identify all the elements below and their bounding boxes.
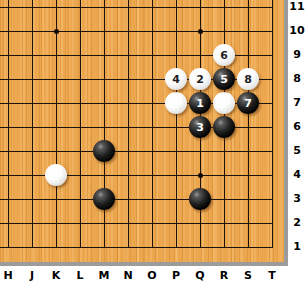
stone-white-r9[interactable]: 6 bbox=[213, 44, 235, 66]
grid-vline-J bbox=[32, 0, 33, 248]
stone-black-s7[interactable]: 7 bbox=[237, 92, 259, 114]
stone-black-q6[interactable]: 3 bbox=[189, 116, 211, 138]
grid-vline-P bbox=[176, 0, 177, 248]
star-point-K10 bbox=[54, 29, 59, 34]
stone-black-m3[interactable] bbox=[93, 188, 115, 210]
col-label-T: T bbox=[262, 268, 282, 284]
move-number: 6 bbox=[220, 50, 228, 61]
star-point-Q10 bbox=[198, 29, 203, 34]
move-number: 7 bbox=[244, 98, 252, 109]
row-label-8: 8 bbox=[287, 71, 307, 87]
grid-hline-1 bbox=[0, 247, 273, 248]
row-label-9: 9 bbox=[287, 47, 307, 63]
go-diagram: 12345678 1110987654321 HJKLMNOPQRST bbox=[0, 0, 308, 284]
grid-vline-M bbox=[104, 0, 105, 248]
col-label-M: M bbox=[94, 268, 114, 284]
move-number: 4 bbox=[172, 74, 180, 85]
star-point-Q4 bbox=[198, 173, 203, 178]
grid-hline-10 bbox=[0, 31, 273, 32]
row-label-2: 2 bbox=[287, 215, 307, 231]
move-number: 2 bbox=[196, 74, 204, 85]
grid-vline-K bbox=[56, 0, 57, 248]
grid-vline-N bbox=[128, 0, 129, 248]
col-label-P: P bbox=[166, 268, 186, 284]
col-label-R: R bbox=[214, 268, 234, 284]
col-label-J: J bbox=[22, 268, 42, 284]
row-label-6: 6 bbox=[287, 119, 307, 135]
grid-hline-3 bbox=[0, 199, 273, 200]
col-label-K: K bbox=[46, 268, 66, 284]
col-label-O: O bbox=[142, 268, 162, 284]
grid-vline-L bbox=[80, 0, 81, 248]
grid-vline-T bbox=[272, 0, 273, 248]
board-edge-shadow-bottom bbox=[0, 262, 288, 266]
col-label-L: L bbox=[70, 268, 90, 284]
stone-white-k4[interactable] bbox=[45, 164, 67, 186]
move-number: 3 bbox=[196, 122, 204, 133]
col-label-N: N bbox=[118, 268, 138, 284]
stone-black-m5[interactable] bbox=[93, 140, 115, 162]
grid-vline-O bbox=[152, 0, 153, 248]
stone-white-p7[interactable] bbox=[165, 92, 187, 114]
stone-white-r7[interactable] bbox=[213, 92, 235, 114]
row-label-11: 11 bbox=[287, 0, 307, 15]
goban-board[interactable]: 12345678 bbox=[0, 0, 284, 262]
grid-hline-4 bbox=[0, 175, 273, 176]
move-number: 5 bbox=[220, 74, 228, 85]
move-number: 1 bbox=[196, 98, 204, 109]
stone-white-s8[interactable]: 8 bbox=[237, 68, 259, 90]
stone-black-q3[interactable] bbox=[189, 188, 211, 210]
move-number: 8 bbox=[244, 74, 252, 85]
grid-vline-S bbox=[248, 0, 249, 248]
col-label-Q: Q bbox=[190, 268, 210, 284]
stone-black-r8[interactable]: 5 bbox=[213, 68, 235, 90]
row-label-4: 4 bbox=[287, 167, 307, 183]
stone-black-r6[interactable] bbox=[213, 116, 235, 138]
grid-hline-2 bbox=[0, 223, 273, 224]
row-label-1: 1 bbox=[287, 239, 307, 255]
grid-vline-H bbox=[8, 0, 9, 248]
row-label-3: 3 bbox=[287, 191, 307, 207]
col-label-S: S bbox=[238, 268, 258, 284]
row-label-5: 5 bbox=[287, 143, 307, 159]
row-label-7: 7 bbox=[287, 95, 307, 111]
grid-hline-5 bbox=[0, 151, 273, 152]
row-label-10: 10 bbox=[287, 23, 307, 39]
stone-white-p8[interactable]: 4 bbox=[165, 68, 187, 90]
stone-black-q7[interactable]: 1 bbox=[189, 92, 211, 114]
grid-hline-11 bbox=[0, 7, 273, 8]
stone-white-q8[interactable]: 2 bbox=[189, 68, 211, 90]
col-label-H: H bbox=[0, 268, 18, 284]
